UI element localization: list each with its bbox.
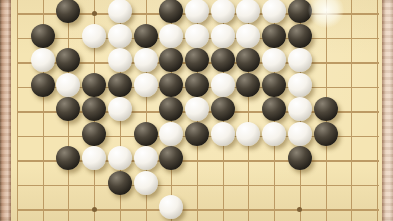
white-stone — [236, 24, 260, 48]
white-stone — [159, 122, 183, 146]
white-stone — [262, 48, 286, 72]
white-stone — [288, 73, 312, 97]
black-stone — [108, 73, 132, 97]
black-stone — [314, 122, 338, 146]
white-stone — [108, 0, 132, 23]
black-stone — [185, 48, 209, 72]
black-stone — [262, 73, 286, 97]
white-stone — [108, 24, 132, 48]
white-stone — [211, 122, 235, 146]
white-stone — [134, 171, 158, 195]
black-stone — [31, 24, 55, 48]
white-stone — [211, 73, 235, 97]
white-stone — [31, 48, 55, 72]
black-stone — [108, 171, 132, 195]
white-stone — [108, 146, 132, 170]
white-stone — [185, 0, 209, 23]
white-stone — [185, 24, 209, 48]
goban[interactable] — [0, 0, 393, 221]
white-stone — [288, 97, 312, 121]
black-stone — [82, 73, 106, 97]
black-stone — [211, 97, 235, 121]
black-stone — [185, 122, 209, 146]
star-point — [92, 207, 97, 212]
black-stone — [288, 146, 312, 170]
star-point — [297, 207, 302, 212]
black-stone — [262, 24, 286, 48]
white-stone — [185, 97, 209, 121]
game-screen — [0, 0, 393, 221]
wood-grain — [382, 0, 393, 221]
wood-grain — [0, 0, 11, 221]
white-stone — [82, 146, 106, 170]
white-stone — [211, 24, 235, 48]
black-stone — [31, 73, 55, 97]
star-point — [92, 11, 97, 16]
white-stone — [211, 0, 235, 23]
board-frame-right — [382, 0, 393, 221]
black-stone — [185, 73, 209, 97]
board-frame-left — [0, 0, 11, 221]
white-stone — [134, 146, 158, 170]
white-stone — [108, 48, 132, 72]
white-stone — [108, 97, 132, 121]
black-stone — [288, 24, 312, 48]
white-stone — [159, 24, 183, 48]
white-stone — [56, 73, 80, 97]
white-stone — [288, 122, 312, 146]
black-stone — [211, 48, 235, 72]
black-stone — [82, 97, 106, 121]
white-stone — [236, 122, 260, 146]
black-stone — [314, 97, 338, 121]
black-stone — [236, 73, 260, 97]
black-stone — [134, 122, 158, 146]
black-stone — [159, 73, 183, 97]
white-stone — [82, 24, 106, 48]
white-stone — [134, 48, 158, 72]
black-stone — [82, 122, 106, 146]
white-stone — [134, 73, 158, 97]
black-stone — [262, 97, 286, 121]
white-stone — [262, 122, 286, 146]
black-stone — [134, 24, 158, 48]
white-stone — [288, 48, 312, 72]
